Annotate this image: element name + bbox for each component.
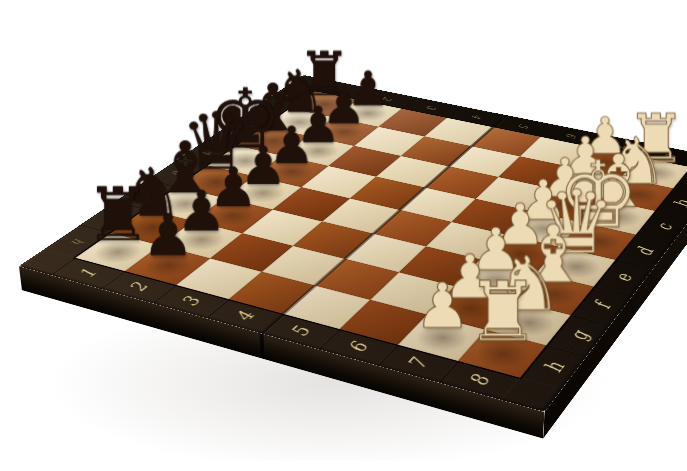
coordinate-label: 3 <box>176 295 207 308</box>
square-f4 <box>293 221 373 258</box>
coordinate-label: 7 <box>402 356 435 371</box>
coordinate-label: 1 <box>73 267 103 279</box>
coordinate-label: h <box>538 359 571 374</box>
coordinate-label: 4 <box>229 309 260 322</box>
coordinate-label: 3 <box>422 105 440 111</box>
square-g4 <box>262 246 345 286</box>
pawn-glyph: ♟ <box>104 207 232 265</box>
chess-set-photo: 1122334455667788aabbccddeeffgghh♜♞♟♝♟♚♟♛… <box>0 0 687 471</box>
rook-glyph: ♜ <box>432 271 573 353</box>
coordinate-label: 8 <box>463 373 496 388</box>
coordinate-label: 5 <box>514 123 532 129</box>
coordinate-label: 2 <box>123 281 153 293</box>
fold-seam-side <box>260 333 265 360</box>
coordinate-label: 5 <box>285 325 317 339</box>
coordinate-label: 6 <box>342 340 374 354</box>
coordinate-label: 4 <box>468 114 486 120</box>
